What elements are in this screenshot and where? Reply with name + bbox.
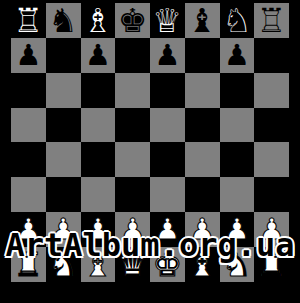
square-e8[interactable]: ♕ xyxy=(150,3,185,38)
white-pawn: ♟ xyxy=(224,215,250,244)
square-c3[interactable] xyxy=(81,177,116,212)
white-pawn: ♟ xyxy=(120,215,146,244)
white-knight: ♞ xyxy=(222,248,252,281)
white-pawn: ♟ xyxy=(15,215,41,244)
square-h6[interactable] xyxy=(254,73,289,108)
square-h4[interactable] xyxy=(254,142,289,177)
black-knight: ♘ xyxy=(222,4,252,37)
square-a3[interactable] xyxy=(11,177,46,212)
square-f7[interactable]: ♟ xyxy=(185,38,220,73)
black-knight: ♞ xyxy=(48,4,78,37)
square-g6[interactable] xyxy=(220,73,255,108)
square-e3[interactable] xyxy=(150,177,185,212)
square-f2[interactable]: ♟ xyxy=(185,212,220,247)
white-pawn: ♟ xyxy=(259,215,285,244)
square-d8[interactable]: ♚ xyxy=(115,3,150,38)
square-b7[interactable]: ♟ xyxy=(46,38,81,73)
square-a4[interactable] xyxy=(11,142,46,177)
square-e6[interactable] xyxy=(150,73,185,108)
square-c6[interactable] xyxy=(81,73,116,108)
square-c5[interactable] xyxy=(81,108,116,143)
square-b2[interactable]: ♟ xyxy=(46,212,81,247)
square-g7[interactable]: ♟ xyxy=(220,38,255,73)
square-g3[interactable] xyxy=(220,177,255,212)
white-pawn: ♟ xyxy=(85,215,111,244)
white-rook: ♜ xyxy=(14,248,44,281)
square-f6[interactable] xyxy=(185,73,220,108)
white-queen: ♛ xyxy=(118,248,148,281)
black-rook: ♖ xyxy=(257,4,287,37)
square-h3[interactable] xyxy=(254,177,289,212)
square-a1[interactable]: ♜ xyxy=(11,247,46,282)
square-d1[interactable]: ♛ xyxy=(115,247,150,282)
square-f4[interactable] xyxy=(185,142,220,177)
square-g1[interactable]: ♞ xyxy=(220,247,255,282)
square-d6[interactable] xyxy=(115,73,150,108)
white-pawn: ♟ xyxy=(189,215,215,244)
square-e2[interactable]: ♟ xyxy=(150,212,185,247)
square-f1[interactable]: ♝ xyxy=(185,247,220,282)
square-b4[interactable] xyxy=(46,142,81,177)
black-pawn: ♟ xyxy=(85,41,111,70)
white-pawn: ♟ xyxy=(154,215,180,244)
square-d2[interactable]: ♟ xyxy=(115,212,150,247)
square-e5[interactable] xyxy=(150,108,185,143)
black-queen: ♕ xyxy=(153,4,183,37)
square-g4[interactable] xyxy=(220,142,255,177)
square-h5[interactable] xyxy=(254,108,289,143)
square-a7[interactable]: ♟ xyxy=(11,38,46,73)
square-g8[interactable]: ♘ xyxy=(220,3,255,38)
black-pawn: ♟ xyxy=(259,41,285,70)
black-pawn: ♟ xyxy=(50,41,76,70)
white-rook: ♜ xyxy=(257,248,287,281)
square-b5[interactable] xyxy=(46,108,81,143)
square-b1[interactable]: ♞ xyxy=(46,247,81,282)
chess-board: ♖♞♗♚♕♝♘♖♟♟♟♟♟♟♟♟♟♟♟♟♟♟♟♟♜♞♝♛♚♝♞♜ xyxy=(11,3,289,282)
square-e1[interactable]: ♚ xyxy=(150,247,185,282)
black-pawn: ♟ xyxy=(189,41,215,70)
square-h7[interactable]: ♟ xyxy=(254,38,289,73)
white-knight: ♞ xyxy=(48,248,78,281)
square-e7[interactable]: ♟ xyxy=(150,38,185,73)
square-a6[interactable] xyxy=(11,73,46,108)
black-pawn: ♟ xyxy=(15,41,41,70)
square-c1[interactable]: ♝ xyxy=(81,247,116,282)
square-h1[interactable]: ♜ xyxy=(254,247,289,282)
square-b8[interactable]: ♞ xyxy=(46,3,81,38)
black-bishop: ♝ xyxy=(187,4,217,37)
black-rook: ♖ xyxy=(14,4,44,37)
white-bishop: ♝ xyxy=(187,248,217,281)
square-c8[interactable]: ♗ xyxy=(81,3,116,38)
square-d3[interactable] xyxy=(115,177,150,212)
square-a8[interactable]: ♖ xyxy=(11,3,46,38)
square-c2[interactable]: ♟ xyxy=(81,212,116,247)
square-g5[interactable] xyxy=(220,108,255,143)
black-pawn: ♟ xyxy=(154,41,180,70)
white-pawn: ♟ xyxy=(50,215,76,244)
square-b6[interactable] xyxy=(46,73,81,108)
square-a2[interactable]: ♟ xyxy=(11,212,46,247)
square-b3[interactable] xyxy=(46,177,81,212)
white-king: ♚ xyxy=(153,248,183,281)
square-d5[interactable] xyxy=(115,108,150,143)
square-e4[interactable] xyxy=(150,142,185,177)
square-d7[interactable]: ♟ xyxy=(115,38,150,73)
square-f3[interactable] xyxy=(185,177,220,212)
black-pawn: ♟ xyxy=(224,41,250,70)
square-d4[interactable] xyxy=(115,142,150,177)
square-g2[interactable]: ♟ xyxy=(220,212,255,247)
square-c4[interactable] xyxy=(81,142,116,177)
square-f5[interactable] xyxy=(185,108,220,143)
black-bishop: ♗ xyxy=(83,4,113,37)
square-f8[interactable]: ♝ xyxy=(185,3,220,38)
square-h2[interactable]: ♟ xyxy=(254,212,289,247)
white-bishop: ♝ xyxy=(83,248,113,281)
black-pawn: ♟ xyxy=(120,41,146,70)
square-c7[interactable]: ♟ xyxy=(81,38,116,73)
black-king: ♚ xyxy=(118,4,148,37)
square-a5[interactable] xyxy=(11,108,46,143)
square-h8[interactable]: ♖ xyxy=(254,3,289,38)
